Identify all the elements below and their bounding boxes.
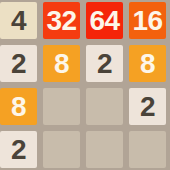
tile-2-r4c1: 2 <box>0 131 37 168</box>
empty-cell-r4c2 <box>43 131 80 168</box>
empty-cell-r3c3 <box>86 88 123 125</box>
tile-4-r1c1: 4 <box>0 2 37 39</box>
tile-64-r1c3: 64 <box>86 2 123 39</box>
tile-2-r3c4: 2 <box>129 88 166 125</box>
empty-cell-r3c2 <box>43 88 80 125</box>
tile-8-r2c4: 8 <box>129 45 166 82</box>
tile-32-r1c2: 32 <box>43 2 80 39</box>
tile-8-r3c1: 8 <box>0 88 37 125</box>
tile-2-r2c1: 2 <box>0 45 37 82</box>
tile-2-r2c3: 2 <box>86 45 123 82</box>
empty-cell-r4c4 <box>129 131 166 168</box>
tile-8-r2c2: 8 <box>43 45 80 82</box>
tile-16-r1c4: 16 <box>129 2 166 39</box>
empty-cell-r4c3 <box>86 131 123 168</box>
board-2048[interactable]: 43264162828822 <box>0 2 166 168</box>
